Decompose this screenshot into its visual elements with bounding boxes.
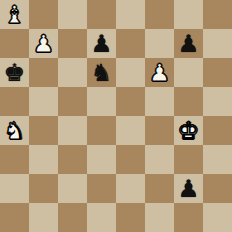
square-d4[interactable] (87, 116, 116, 145)
square-g4[interactable]: ♚ (174, 116, 203, 145)
square-b7[interactable]: ♟ (29, 29, 58, 58)
square-f4[interactable] (145, 116, 174, 145)
square-e4[interactable] (116, 116, 145, 145)
square-c3[interactable] (58, 145, 87, 174)
square-g2[interactable]: ♟ (174, 174, 203, 203)
piece-white-bishop[interactable]: ♝ (4, 3, 26, 27)
square-a4[interactable]: ♞ (0, 116, 29, 145)
square-f3[interactable] (145, 145, 174, 174)
square-g3[interactable] (174, 145, 203, 174)
square-e5[interactable] (116, 87, 145, 116)
square-g5[interactable] (174, 87, 203, 116)
square-c4[interactable] (58, 116, 87, 145)
square-e2[interactable] (116, 174, 145, 203)
square-b5[interactable] (29, 87, 58, 116)
square-e8[interactable] (116, 0, 145, 29)
square-f1[interactable] (145, 203, 174, 232)
square-b4[interactable] (29, 116, 58, 145)
square-d1[interactable] (87, 203, 116, 232)
square-d8[interactable] (87, 0, 116, 29)
piece-black-knight[interactable]: ♞ (91, 61, 113, 85)
square-d5[interactable] (87, 87, 116, 116)
piece-white-pawn[interactable]: ♟ (33, 32, 55, 56)
square-h1[interactable] (203, 203, 232, 232)
square-c7[interactable] (58, 29, 87, 58)
square-g1[interactable] (174, 203, 203, 232)
square-d2[interactable] (87, 174, 116, 203)
square-c8[interactable] (58, 0, 87, 29)
square-a7[interactable] (0, 29, 29, 58)
square-a5[interactable] (0, 87, 29, 116)
square-d7[interactable]: ♟ (87, 29, 116, 58)
square-e6[interactable] (116, 58, 145, 87)
square-f8[interactable] (145, 0, 174, 29)
square-h8[interactable] (203, 0, 232, 29)
square-f6[interactable]: ♟ (145, 58, 174, 87)
square-b3[interactable] (29, 145, 58, 174)
square-h7[interactable] (203, 29, 232, 58)
square-f2[interactable] (145, 174, 174, 203)
square-e7[interactable] (116, 29, 145, 58)
square-c5[interactable] (58, 87, 87, 116)
square-a1[interactable] (0, 203, 29, 232)
square-c6[interactable] (58, 58, 87, 87)
square-e3[interactable] (116, 145, 145, 174)
square-g7[interactable]: ♟ (174, 29, 203, 58)
piece-white-knight[interactable]: ♞ (4, 119, 26, 143)
square-h3[interactable] (203, 145, 232, 174)
square-a2[interactable] (0, 174, 29, 203)
square-c1[interactable] (58, 203, 87, 232)
piece-white-pawn[interactable]: ♟ (149, 61, 171, 85)
square-h4[interactable] (203, 116, 232, 145)
piece-black-king[interactable]: ♚ (4, 61, 26, 85)
square-d6[interactable]: ♞ (87, 58, 116, 87)
square-h5[interactable] (203, 87, 232, 116)
piece-black-pawn[interactable]: ♟ (91, 32, 113, 56)
square-f5[interactable] (145, 87, 174, 116)
piece-white-king[interactable]: ♚ (178, 119, 200, 143)
square-g8[interactable] (174, 0, 203, 29)
square-g6[interactable] (174, 58, 203, 87)
square-a3[interactable] (0, 145, 29, 174)
square-b8[interactable] (29, 0, 58, 29)
piece-black-pawn[interactable]: ♟ (178, 32, 200, 56)
square-b1[interactable] (29, 203, 58, 232)
square-a6[interactable]: ♚ (0, 58, 29, 87)
square-a8[interactable]: ♝ (0, 0, 29, 29)
square-c2[interactable] (58, 174, 87, 203)
square-h6[interactable] (203, 58, 232, 87)
chess-board: ♝♟♟♟♚♞♟♞♚♟ (0, 0, 232, 232)
square-f7[interactable] (145, 29, 174, 58)
square-e1[interactable] (116, 203, 145, 232)
square-h2[interactable] (203, 174, 232, 203)
square-d3[interactable] (87, 145, 116, 174)
piece-black-pawn[interactable]: ♟ (178, 177, 200, 201)
square-b6[interactable] (29, 58, 58, 87)
square-b2[interactable] (29, 174, 58, 203)
